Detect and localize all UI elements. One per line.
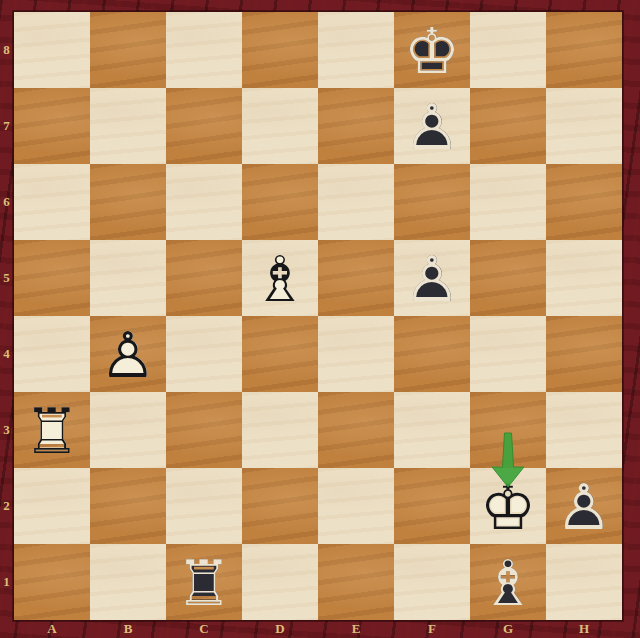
- square-g4[interactable]: [470, 316, 546, 392]
- square-f3[interactable]: [394, 392, 470, 468]
- square-a7[interactable]: [14, 88, 90, 164]
- file-label-d: D: [242, 619, 318, 638]
- rank-label-7: 7: [0, 88, 13, 164]
- square-b3[interactable]: [90, 392, 166, 468]
- rank-label-3: 3: [0, 392, 13, 468]
- square-h2[interactable]: ♟♙: [546, 468, 622, 544]
- square-f8[interactable]: ♚♔: [394, 12, 470, 88]
- square-h3[interactable]: [546, 392, 622, 468]
- square-d2[interactable]: [242, 468, 318, 544]
- rank-label-6: 6: [0, 164, 13, 240]
- square-f6[interactable]: [394, 164, 470, 240]
- rank-label-4: 4: [0, 316, 13, 392]
- square-h5[interactable]: [546, 240, 622, 316]
- rank-label-8: 8: [0, 12, 13, 88]
- square-e6[interactable]: [318, 164, 394, 240]
- square-a5[interactable]: [14, 240, 90, 316]
- square-b8[interactable]: [90, 12, 166, 88]
- square-e1[interactable]: [318, 544, 394, 620]
- square-e7[interactable]: [318, 88, 394, 164]
- black-king[interactable]: ♚♔: [394, 12, 470, 88]
- square-b6[interactable]: [90, 164, 166, 240]
- square-c6[interactable]: [166, 164, 242, 240]
- square-d6[interactable]: [242, 164, 318, 240]
- black-bishop[interactable]: ♝♗: [470, 544, 546, 620]
- square-h4[interactable]: [546, 316, 622, 392]
- file-label-f: F: [394, 619, 470, 638]
- square-a6[interactable]: [14, 164, 90, 240]
- square-a4[interactable]: [14, 316, 90, 392]
- square-h1[interactable]: [546, 544, 622, 620]
- square-e5[interactable]: [318, 240, 394, 316]
- square-e4[interactable]: [318, 316, 394, 392]
- file-label-h: H: [546, 619, 622, 638]
- square-g5[interactable]: [470, 240, 546, 316]
- square-c8[interactable]: [166, 12, 242, 88]
- file-label-c: C: [166, 619, 242, 638]
- square-a2[interactable]: [14, 468, 90, 544]
- square-d4[interactable]: [242, 316, 318, 392]
- square-f1[interactable]: [394, 544, 470, 620]
- file-label-g: G: [470, 619, 546, 638]
- square-f5[interactable]: ♟♙: [394, 240, 470, 316]
- square-b2[interactable]: [90, 468, 166, 544]
- rank-label-2: 2: [0, 468, 13, 544]
- white-bishop[interactable]: ♝♗: [242, 240, 318, 316]
- square-a1[interactable]: [14, 544, 90, 620]
- white-pawn[interactable]: ♟♙: [90, 316, 166, 392]
- square-e8[interactable]: [318, 12, 394, 88]
- square-c4[interactable]: [166, 316, 242, 392]
- square-c3[interactable]: [166, 392, 242, 468]
- square-c1[interactable]: ♜♖: [166, 544, 242, 620]
- square-g1[interactable]: ♝♗: [470, 544, 546, 620]
- white-rook[interactable]: ♜♖: [14, 392, 90, 468]
- square-h7[interactable]: [546, 88, 622, 164]
- square-d7[interactable]: [242, 88, 318, 164]
- square-e2[interactable]: [318, 468, 394, 544]
- square-e3[interactable]: [318, 392, 394, 468]
- square-h8[interactable]: [546, 12, 622, 88]
- square-d3[interactable]: [242, 392, 318, 468]
- rank-label-5: 5: [0, 240, 13, 316]
- square-c5[interactable]: [166, 240, 242, 316]
- black-rook[interactable]: ♜♖: [166, 544, 242, 620]
- square-f7[interactable]: ♟♙: [394, 88, 470, 164]
- white-king[interactable]: ♚♔: [470, 468, 546, 544]
- file-label-b: B: [90, 619, 166, 638]
- square-d1[interactable]: [242, 544, 318, 620]
- square-b7[interactable]: [90, 88, 166, 164]
- rank-label-1: 1: [0, 544, 13, 620]
- black-pawn[interactable]: ♟♙: [546, 468, 622, 544]
- square-b5[interactable]: [90, 240, 166, 316]
- square-a8[interactable]: [14, 12, 90, 88]
- square-g7[interactable]: [470, 88, 546, 164]
- square-c2[interactable]: [166, 468, 242, 544]
- square-d8[interactable]: [242, 12, 318, 88]
- square-a3[interactable]: ♜♖: [14, 392, 90, 468]
- square-c7[interactable]: [166, 88, 242, 164]
- square-d5[interactable]: ♝♗: [242, 240, 318, 316]
- black-pawn[interactable]: ♟♙: [394, 240, 470, 316]
- square-g8[interactable]: [470, 12, 546, 88]
- file-label-e: E: [318, 619, 394, 638]
- file-label-a: A: [14, 619, 90, 638]
- square-g2[interactable]: ♚♔: [470, 468, 546, 544]
- board: ♚♔♟♙♝♗♟♙♟♙♜♖♚♔♟♙♜♖♝♗: [14, 12, 622, 620]
- square-f4[interactable]: [394, 316, 470, 392]
- square-h6[interactable]: [546, 164, 622, 240]
- square-b1[interactable]: [90, 544, 166, 620]
- square-f2[interactable]: [394, 468, 470, 544]
- square-g6[interactable]: [470, 164, 546, 240]
- black-pawn[interactable]: ♟♙: [394, 88, 470, 164]
- square-g3[interactable]: [470, 392, 546, 468]
- chess-diagram: ♚♔♟♙♝♗♟♙♟♙♜♖♚♔♟♙♜♖♝♗ 87654321 ABCDEFGH: [0, 0, 640, 638]
- square-b4[interactable]: ♟♙: [90, 316, 166, 392]
